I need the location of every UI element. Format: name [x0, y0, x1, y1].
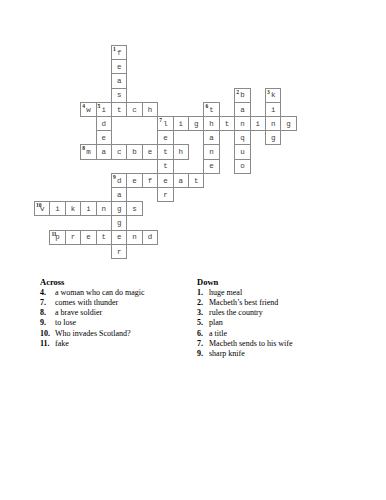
clue-number: 7. — [197, 339, 209, 349]
clue-number: 10. — [40, 329, 55, 339]
cell-letter: t — [209, 105, 214, 115]
grid-cell[interactable]: r — [65, 230, 81, 245]
grid-cell[interactable]: c — [126, 102, 142, 117]
clue-text: to lose — [55, 318, 76, 327]
grid-cell[interactable]: e — [142, 144, 158, 159]
cell-number: 9 — [113, 175, 116, 181]
cell-letter: n — [240, 119, 245, 129]
grid-cell[interactable]: h — [142, 102, 158, 117]
cell-letter: n — [102, 204, 107, 214]
clue-number: 1. — [197, 288, 209, 298]
down-header: Down — [197, 277, 293, 288]
cell-number: 11 — [51, 232, 56, 238]
clue-number: 5. — [197, 318, 209, 328]
down-clue-list: 1.huge meal2.Macbeth’s best friend3.rule… — [197, 288, 293, 360]
cell-letter: c — [117, 147, 122, 157]
grid-cell[interactable]: 10v — [34, 201, 50, 216]
cell-letter: g — [271, 133, 276, 143]
grid-cell[interactable]: s — [126, 201, 142, 216]
grid-cell[interactable]: 2b — [234, 88, 250, 103]
grid-cell[interactable]: h — [173, 144, 189, 159]
cell-letter: f — [148, 176, 153, 186]
cell-letter: b — [240, 90, 245, 100]
clue-text: comes with thunder — [55, 298, 118, 307]
grid-cell[interactable]: 5i — [96, 102, 112, 117]
clue-text: plan — [209, 318, 223, 327]
cell-letter: d — [102, 119, 107, 129]
cell-letter: i — [179, 119, 184, 129]
cell-letter: r — [71, 232, 76, 242]
clue-text: rules the country — [209, 308, 263, 317]
grid-cell[interactable]: q — [234, 130, 250, 145]
cell-letter: s — [132, 204, 137, 214]
cell-letter: r — [163, 190, 168, 200]
cell-letter: e — [117, 62, 122, 72]
grid-cell[interactable]: g — [111, 201, 127, 216]
grid-cell[interactable]: 7l — [157, 116, 173, 131]
cell-number: 4 — [82, 104, 85, 110]
clue-number: 7. — [40, 298, 55, 308]
cell-letter: a — [117, 190, 122, 200]
cell-letter: t — [102, 232, 107, 242]
cell-number: 10 — [36, 203, 42, 209]
grid-cell[interactable]: i — [250, 116, 266, 131]
cell-letter: n — [132, 232, 137, 242]
cell-letter: t — [163, 147, 168, 157]
cell-letter: k — [271, 90, 276, 100]
grid-cell[interactable]: b — [126, 144, 142, 159]
grid-cell[interactable]: 4w — [80, 102, 96, 117]
cell-letter: e — [148, 147, 153, 157]
cell-letter: s — [117, 90, 122, 100]
grid-cell[interactable]: t — [157, 144, 173, 159]
cell-letter: e — [209, 161, 214, 171]
cell-letter: t — [194, 176, 199, 186]
grid-cell[interactable]: t — [219, 116, 235, 131]
cell-letter: d — [117, 176, 122, 186]
page: { "game": "crossword", "position": "....… — [0, 0, 386, 500]
cell-letter: n — [271, 119, 276, 129]
cell-letter: h — [209, 119, 214, 129]
cell-letter: i — [102, 105, 107, 115]
cell-letter: t — [117, 105, 122, 115]
grid-cell[interactable]: a — [234, 102, 250, 117]
cell-letter: l — [163, 119, 168, 129]
cell-letter: e — [163, 133, 168, 143]
cell-letter: a — [240, 105, 245, 115]
cell-letter: g — [117, 218, 122, 228]
grid-cell[interactable]: d — [96, 116, 112, 131]
clue-across-8: 8.a brave soldier — [40, 308, 145, 318]
grid-cell[interactable]: k — [65, 201, 81, 216]
clue-down-1: 1.huge meal — [197, 288, 293, 298]
across-clue-list: 4.a woman who can do magic7.comes with t… — [40, 288, 145, 350]
grid-cell[interactable]: 8m — [80, 144, 96, 159]
clue-across-9: 9.to lose — [40, 318, 145, 328]
cell-letter: u — [240, 147, 245, 157]
clue-number: 4. — [40, 288, 55, 298]
clue-number: 9. — [40, 318, 55, 328]
grid-cell[interactable]: n — [234, 116, 250, 131]
cell-letter: h — [148, 105, 153, 115]
cell-letter: a — [102, 147, 107, 157]
grid-cell[interactable]: g — [111, 215, 127, 230]
grid-cell[interactable]: n — [126, 230, 142, 245]
grid-cell[interactable]: e — [203, 159, 219, 174]
grid-cell[interactable]: e — [157, 130, 173, 145]
down-clues-section: Down 1.huge meal2.Macbeth’s best friend3… — [197, 277, 293, 360]
grid-cell[interactable]: a — [111, 73, 127, 88]
clue-text: Macbeth sends to his wife — [209, 339, 293, 348]
cell-number: 7 — [159, 118, 162, 124]
cell-letter: i — [55, 204, 60, 214]
grid-cell[interactable]: a — [111, 187, 127, 202]
grid-cell[interactable]: i — [265, 102, 281, 117]
clue-across-10: 10.Who invades Scotland? — [40, 329, 145, 339]
grid-cell[interactable]: a — [203, 130, 219, 145]
grid-cell[interactable]: c — [111, 144, 127, 159]
clue-text: Who invades Scotland? — [55, 329, 131, 338]
grid-cell[interactable]: 3k — [265, 88, 281, 103]
clue-number: 2. — [197, 298, 209, 308]
grid-cell[interactable]: a — [96, 144, 112, 159]
clue-down-7: 7.Macbeth sends to his wife — [197, 339, 293, 349]
cell-letter: t — [163, 161, 168, 171]
cell-number: 3 — [267, 90, 270, 96]
grid-cell[interactable]: i — [80, 201, 96, 216]
grid-cell[interactable]: t — [111, 102, 127, 117]
grid-cell[interactable]: e — [111, 230, 127, 245]
cell-number: 5 — [98, 104, 101, 110]
grid-cell[interactable]: i — [173, 116, 189, 131]
clue-text: a title — [209, 329, 227, 338]
cell-letter: o — [240, 161, 245, 171]
grid-cell[interactable]: 1f — [111, 45, 127, 60]
grid-cell[interactable]: 9d — [111, 173, 127, 188]
clue-down-6: 6.a title — [197, 329, 293, 339]
clue-text: fake — [55, 339, 69, 348]
grid-cell[interactable]: e — [80, 230, 96, 245]
grid-cell[interactable]: r — [111, 244, 127, 259]
cell-letter: i — [256, 119, 261, 129]
grid-cell[interactable]: e — [111, 59, 127, 74]
cell-letter: a — [209, 133, 214, 143]
clue-number: 3. — [197, 308, 209, 318]
clue-across-11: 11.fake — [40, 339, 145, 349]
cell-letter: g — [286, 119, 291, 129]
clue-number: 6. — [197, 329, 209, 339]
grid-cell[interactable]: 6t — [203, 102, 219, 117]
cell-letter: r — [117, 247, 122, 257]
clue-across-7: 7.comes with thunder — [40, 298, 145, 308]
cell-letter: w — [86, 105, 91, 115]
grid-cell[interactable]: t — [96, 230, 112, 245]
cell-letter: n — [209, 147, 214, 157]
cell-letter: e — [86, 232, 91, 242]
clue-number: 11. — [40, 339, 55, 349]
cell-letter: e — [163, 176, 168, 186]
grid-cell[interactable]: n — [96, 201, 112, 216]
cell-letter: f — [117, 48, 122, 58]
grid-cell[interactable]: e — [157, 173, 173, 188]
cell-letter: i — [271, 105, 276, 115]
clue-text: a brave soldier — [55, 308, 102, 317]
cell-letter: a — [117, 76, 122, 86]
cell-letter: g — [194, 119, 199, 129]
grid-cell[interactable]: s — [111, 88, 127, 103]
cell-letter: t — [225, 119, 230, 129]
cell-letter: c — [132, 105, 137, 115]
grid-cell[interactable]: r — [157, 187, 173, 202]
clue-text: a woman who can do magic — [55, 288, 145, 297]
across-clues-section: Across 4.a woman who can do magic7.comes… — [40, 277, 145, 349]
grid-cell[interactable]: d — [142, 230, 158, 245]
grid-cell[interactable]: g — [280, 116, 296, 131]
grid-cell[interactable]: h — [203, 116, 219, 131]
clue-down-9: 9.sharp knife — [197, 349, 293, 359]
cell-letter: k — [71, 204, 76, 214]
grid-cell[interactable]: g — [265, 130, 281, 145]
cell-number: 6 — [205, 104, 208, 110]
clue-across-4: 4.a woman who can do magic — [40, 288, 145, 298]
cell-letter: m — [86, 147, 91, 157]
cell-letter: e — [102, 133, 107, 143]
across-header: Across — [40, 277, 145, 288]
clue-down-2: 2.Macbeth’s best friend — [197, 298, 293, 308]
grid-cell[interactable]: 11p — [49, 230, 65, 245]
grid-cell[interactable]: a — [173, 173, 189, 188]
clue-number: 9. — [197, 349, 209, 359]
clue-number: 8. — [40, 308, 55, 318]
cell-number: 2 — [236, 90, 239, 96]
grid-cell[interactable]: f — [142, 173, 158, 188]
grid-cell[interactable]: n — [203, 144, 219, 159]
grid-cell[interactable]: t — [157, 159, 173, 174]
grid-cell[interactable]: t — [188, 173, 204, 188]
cell-letter: e — [117, 232, 122, 242]
clue-text: sharp knife — [209, 349, 245, 358]
cell-number: 1 — [113, 47, 116, 53]
grid-cell[interactable]: e — [96, 130, 112, 145]
grid-cell[interactable]: e — [126, 173, 142, 188]
cell-number: 8 — [82, 146, 85, 152]
cell-letter: a — [179, 176, 184, 186]
cell-letter: i — [86, 204, 91, 214]
cell-letter: g — [117, 204, 122, 214]
grid-cell[interactable]: n — [265, 116, 281, 131]
clue-text: Macbeth’s best friend — [209, 298, 278, 307]
grid-cell[interactable]: i — [49, 201, 65, 216]
cell-letter: b — [132, 147, 137, 157]
grid-cell[interactable]: o — [234, 159, 250, 174]
cell-letter: e — [132, 176, 137, 186]
clue-text: huge meal — [209, 288, 242, 297]
clue-down-5: 5.plan — [197, 318, 293, 328]
clue-down-3: 3.rules the country — [197, 308, 293, 318]
grid-cell[interactable]: u — [234, 144, 250, 159]
cell-letter: h — [179, 147, 184, 157]
cell-letter: d — [148, 232, 153, 242]
grid-cell[interactable]: g — [188, 116, 204, 131]
cell-letter: q — [240, 133, 245, 143]
